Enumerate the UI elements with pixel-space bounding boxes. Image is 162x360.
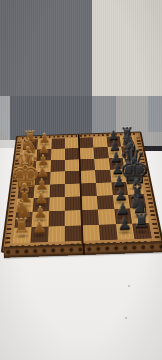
square-a5: [79, 137, 93, 148]
square-b5: [79, 148, 94, 159]
chessboard: ♜♟♟♜♞♟♟♞♝♟♟♝♛♟♟♛♚♟♟♚♝♟♟♝♞♟♟♞♜♟♟♜: [1, 132, 162, 253]
square-d5: [80, 170, 96, 183]
piece-bR-h8: ♜: [120, 211, 162, 233]
board-perspective: ♜♟♟♜♞♟♟♞♝♟♟♝♛♟♟♛♚♟♟♚♝♟♟♝♞♟♟♞♜♟♟♜: [0, 0, 162, 360]
photo-scene: ♜♟♟♜♞♟♟♞♝♟♟♝♛♟♟♛♚♟♟♚♝♟♟♝♞♟♟♞♜♟♟♜: [0, 0, 162, 360]
square-c5: [80, 159, 95, 171]
box-front-split: [82, 244, 84, 255]
square-h5: [82, 225, 100, 241]
square-e5: [80, 183, 96, 197]
piece-wP-h2: ♟: [17, 219, 60, 237]
board-tilt-wrapper: ♜♟♟♜♞♟♟♞♝♟♟♝♛♟♟♛♚♟♟♚♝♟♟♝♞♟♟♞♜♟♟♜: [0, 0, 162, 360]
square-g5: [81, 210, 98, 225]
